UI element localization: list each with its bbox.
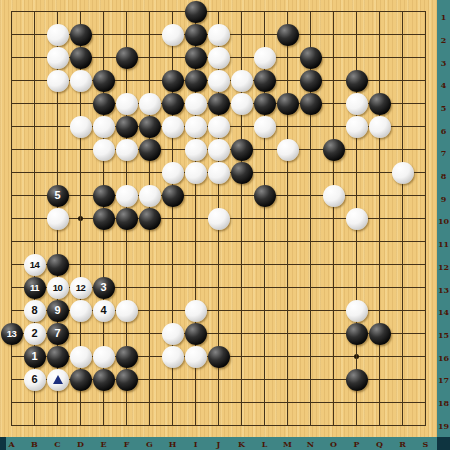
intersection-G3[interactable]: [138, 46, 161, 69]
intersection-D12[interactable]: [69, 253, 92, 276]
intersection-G5[interactable]: [138, 92, 161, 115]
black-stone-E5[interactable]: [93, 93, 115, 115]
intersection-R10[interactable]: [391, 207, 414, 230]
intersection-L6[interactable]: [253, 115, 276, 138]
intersection-R5[interactable]: [391, 92, 414, 115]
go-board[interactable]: 5141110123894132716: [0, 0, 437, 437]
intersection-C14[interactable]: 9: [46, 299, 69, 322]
intersection-S16[interactable]: [414, 345, 437, 368]
intersection-J11[interactable]: [207, 230, 230, 253]
intersection-O7[interactable]: [322, 138, 345, 161]
intersection-C1[interactable]: [46, 0, 69, 23]
intersection-D15[interactable]: [69, 322, 92, 345]
intersection-G2[interactable]: [138, 23, 161, 46]
intersection-J3[interactable]: [207, 46, 230, 69]
intersection-I12[interactable]: [184, 253, 207, 276]
white-stone-H16[interactable]: [162, 346, 184, 368]
intersection-G18[interactable]: [138, 391, 161, 414]
white-stone-E16[interactable]: [93, 346, 115, 368]
intersection-J17[interactable]: [207, 368, 230, 391]
intersection-L11[interactable]: [253, 230, 276, 253]
intersection-K18[interactable]: [230, 391, 253, 414]
intersection-I3[interactable]: [184, 46, 207, 69]
intersection-M2[interactable]: [276, 23, 299, 46]
intersection-G4[interactable]: [138, 69, 161, 92]
intersection-L10[interactable]: [253, 207, 276, 230]
intersection-H2[interactable]: [161, 23, 184, 46]
white-stone-C13[interactable]: 10: [47, 277, 69, 299]
intersection-I2[interactable]: [184, 23, 207, 46]
intersection-O3[interactable]: [322, 46, 345, 69]
white-stone-H8[interactable]: [162, 162, 184, 184]
intersection-C15[interactable]: 7: [46, 322, 69, 345]
intersection-F19[interactable]: [115, 414, 138, 437]
intersection-F18[interactable]: [115, 391, 138, 414]
intersection-G19[interactable]: [138, 414, 161, 437]
intersection-S7[interactable]: [414, 138, 437, 161]
intersection-F11[interactable]: [115, 230, 138, 253]
intersection-Q9[interactable]: [368, 184, 391, 207]
intersection-K4[interactable]: [230, 69, 253, 92]
intersection-K1[interactable]: [230, 0, 253, 23]
intersection-F2[interactable]: [115, 23, 138, 46]
intersection-L7[interactable]: [253, 138, 276, 161]
white-stone-D14[interactable]: [70, 300, 92, 322]
intersection-P7[interactable]: [345, 138, 368, 161]
intersection-O6[interactable]: [322, 115, 345, 138]
intersection-P9[interactable]: [345, 184, 368, 207]
black-stone-H4[interactable]: [162, 70, 184, 92]
intersection-K19[interactable]: [230, 414, 253, 437]
white-stone-J6[interactable]: [208, 116, 230, 138]
intersection-P6[interactable]: [345, 115, 368, 138]
intersection-P16[interactable]: [345, 345, 368, 368]
intersection-D14[interactable]: [69, 299, 92, 322]
black-stone-D17[interactable]: [70, 369, 92, 391]
intersection-A3[interactable]: [0, 46, 23, 69]
intersection-R3[interactable]: [391, 46, 414, 69]
white-stone-C4[interactable]: [47, 70, 69, 92]
intersection-Q6[interactable]: [368, 115, 391, 138]
white-stone-L3[interactable]: [254, 47, 276, 69]
intersection-A14[interactable]: [0, 299, 23, 322]
intersection-J8[interactable]: [207, 161, 230, 184]
black-stone-F3[interactable]: [116, 47, 138, 69]
intersection-G11[interactable]: [138, 230, 161, 253]
intersection-I5[interactable]: [184, 92, 207, 115]
black-stone-L9[interactable]: [254, 185, 276, 207]
white-stone-I7[interactable]: [185, 139, 207, 161]
intersection-K11[interactable]: [230, 230, 253, 253]
intersection-H3[interactable]: [161, 46, 184, 69]
intersection-C19[interactable]: [46, 414, 69, 437]
intersection-E14[interactable]: 4: [92, 299, 115, 322]
intersection-D10[interactable]: [69, 207, 92, 230]
white-stone-D16[interactable]: [70, 346, 92, 368]
intersection-L5[interactable]: [253, 92, 276, 115]
intersection-Q10[interactable]: [368, 207, 391, 230]
intersection-K2[interactable]: [230, 23, 253, 46]
intersection-E5[interactable]: [92, 92, 115, 115]
black-stone-L4[interactable]: [254, 70, 276, 92]
black-stone-G6[interactable]: [139, 116, 161, 138]
black-stone-L5[interactable]: [254, 93, 276, 115]
intersection-N15[interactable]: [299, 322, 322, 345]
black-stone-E10[interactable]: [93, 208, 115, 230]
intersection-Q4[interactable]: [368, 69, 391, 92]
intersection-D7[interactable]: [69, 138, 92, 161]
intersection-F12[interactable]: [115, 253, 138, 276]
intersection-L8[interactable]: [253, 161, 276, 184]
intersection-C11[interactable]: [46, 230, 69, 253]
intersection-S5[interactable]: [414, 92, 437, 115]
intersection-E4[interactable]: [92, 69, 115, 92]
intersection-N10[interactable]: [299, 207, 322, 230]
white-stone-I16[interactable]: [185, 346, 207, 368]
intersection-K3[interactable]: [230, 46, 253, 69]
intersection-B6[interactable]: [23, 115, 46, 138]
white-stone-F14[interactable]: [116, 300, 138, 322]
intersection-O9[interactable]: [322, 184, 345, 207]
intersection-O1[interactable]: [322, 0, 345, 23]
white-stone-P10[interactable]: [346, 208, 368, 230]
intersection-S14[interactable]: [414, 299, 437, 322]
intersection-R14[interactable]: [391, 299, 414, 322]
intersection-A17[interactable]: [0, 368, 23, 391]
black-stone-K8[interactable]: [231, 162, 253, 184]
intersection-B5[interactable]: [23, 92, 46, 115]
intersection-C9[interactable]: 5: [46, 184, 69, 207]
intersection-B11[interactable]: [23, 230, 46, 253]
intersection-D5[interactable]: [69, 92, 92, 115]
white-stone-J2[interactable]: [208, 24, 230, 46]
intersection-D6[interactable]: [69, 115, 92, 138]
intersection-C2[interactable]: [46, 23, 69, 46]
intersection-H5[interactable]: [161, 92, 184, 115]
intersection-M6[interactable]: [276, 115, 299, 138]
intersection-Q11[interactable]: [368, 230, 391, 253]
intersection-H16[interactable]: [161, 345, 184, 368]
black-stone-P17[interactable]: [346, 369, 368, 391]
intersection-K5[interactable]: [230, 92, 253, 115]
intersection-J6[interactable]: [207, 115, 230, 138]
intersection-J5[interactable]: [207, 92, 230, 115]
intersection-H8[interactable]: [161, 161, 184, 184]
black-stone-B13[interactable]: 11: [24, 277, 46, 299]
intersection-R2[interactable]: [391, 23, 414, 46]
intersection-Q16[interactable]: [368, 345, 391, 368]
black-stone-A15[interactable]: 13: [1, 323, 23, 345]
black-stone-M5[interactable]: [277, 93, 299, 115]
intersection-H1[interactable]: [161, 0, 184, 23]
intersection-D8[interactable]: [69, 161, 92, 184]
intersection-J7[interactable]: [207, 138, 230, 161]
white-stone-C17[interactable]: [47, 369, 69, 391]
white-stone-B14[interactable]: 8: [24, 300, 46, 322]
white-stone-G9[interactable]: [139, 185, 161, 207]
intersection-I16[interactable]: [184, 345, 207, 368]
intersection-K13[interactable]: [230, 276, 253, 299]
intersection-A7[interactable]: [0, 138, 23, 161]
white-stone-I5[interactable]: [185, 93, 207, 115]
black-stone-K7[interactable]: [231, 139, 253, 161]
intersection-F5[interactable]: [115, 92, 138, 115]
intersection-D16[interactable]: [69, 345, 92, 368]
intersection-G7[interactable]: [138, 138, 161, 161]
intersection-B4[interactable]: [23, 69, 46, 92]
intersection-G15[interactable]: [138, 322, 161, 345]
black-stone-C12[interactable]: [47, 254, 69, 276]
intersection-M1[interactable]: [276, 0, 299, 23]
intersection-E13[interactable]: 3: [92, 276, 115, 299]
intersection-N19[interactable]: [299, 414, 322, 437]
intersection-A19[interactable]: [0, 414, 23, 437]
intersection-C7[interactable]: [46, 138, 69, 161]
intersection-G14[interactable]: [138, 299, 161, 322]
intersection-J15[interactable]: [207, 322, 230, 345]
intersection-D9[interactable]: [69, 184, 92, 207]
intersection-A11[interactable]: [0, 230, 23, 253]
white-stone-F5[interactable]: [116, 93, 138, 115]
intersection-C10[interactable]: [46, 207, 69, 230]
intersection-O10[interactable]: [322, 207, 345, 230]
intersection-L4[interactable]: [253, 69, 276, 92]
intersection-M9[interactable]: [276, 184, 299, 207]
intersection-Q14[interactable]: [368, 299, 391, 322]
intersection-D18[interactable]: [69, 391, 92, 414]
intersection-S4[interactable]: [414, 69, 437, 92]
white-stone-M7[interactable]: [277, 139, 299, 161]
intersection-E18[interactable]: [92, 391, 115, 414]
intersection-B19[interactable]: [23, 414, 46, 437]
black-stone-N5[interactable]: [300, 93, 322, 115]
intersection-Q3[interactable]: [368, 46, 391, 69]
black-stone-C9[interactable]: 5: [47, 185, 69, 207]
intersection-K12[interactable]: [230, 253, 253, 276]
intersection-B17[interactable]: 6: [23, 368, 46, 391]
intersection-B18[interactable]: [23, 391, 46, 414]
intersection-E15[interactable]: [92, 322, 115, 345]
black-stone-C14[interactable]: 9: [47, 300, 69, 322]
intersection-S2[interactable]: [414, 23, 437, 46]
white-stone-C10[interactable]: [47, 208, 69, 230]
intersection-E16[interactable]: [92, 345, 115, 368]
intersection-M19[interactable]: [276, 414, 299, 437]
intersection-L1[interactable]: [253, 0, 276, 23]
intersection-A12[interactable]: [0, 253, 23, 276]
intersection-P3[interactable]: [345, 46, 368, 69]
intersection-J14[interactable]: [207, 299, 230, 322]
intersection-L13[interactable]: [253, 276, 276, 299]
intersection-A4[interactable]: [0, 69, 23, 92]
intersection-F17[interactable]: [115, 368, 138, 391]
white-stone-F7[interactable]: [116, 139, 138, 161]
white-stone-Q6[interactable]: [369, 116, 391, 138]
intersection-K16[interactable]: [230, 345, 253, 368]
intersection-R18[interactable]: [391, 391, 414, 414]
intersection-M17[interactable]: [276, 368, 299, 391]
intersection-H13[interactable]: [161, 276, 184, 299]
intersection-H19[interactable]: [161, 414, 184, 437]
intersection-S17[interactable]: [414, 368, 437, 391]
intersection-P12[interactable]: [345, 253, 368, 276]
black-stone-F6[interactable]: [116, 116, 138, 138]
intersection-N7[interactable]: [299, 138, 322, 161]
intersection-E9[interactable]: [92, 184, 115, 207]
intersection-A5[interactable]: [0, 92, 23, 115]
intersection-M15[interactable]: [276, 322, 299, 345]
intersection-B7[interactable]: [23, 138, 46, 161]
intersection-K7[interactable]: [230, 138, 253, 161]
intersection-B1[interactable]: [23, 0, 46, 23]
intersection-L12[interactable]: [253, 253, 276, 276]
white-stone-H15[interactable]: [162, 323, 184, 345]
intersection-P11[interactable]: [345, 230, 368, 253]
intersection-I8[interactable]: [184, 161, 207, 184]
intersection-H14[interactable]: [161, 299, 184, 322]
white-stone-E7[interactable]: [93, 139, 115, 161]
intersection-N9[interactable]: [299, 184, 322, 207]
intersection-S6[interactable]: [414, 115, 437, 138]
intersection-S19[interactable]: [414, 414, 437, 437]
white-stone-B17[interactable]: 6: [24, 369, 46, 391]
intersection-J12[interactable]: [207, 253, 230, 276]
black-stone-D2[interactable]: [70, 24, 92, 46]
intersection-E17[interactable]: [92, 368, 115, 391]
black-stone-I3[interactable]: [185, 47, 207, 69]
intersection-H6[interactable]: [161, 115, 184, 138]
intersection-I9[interactable]: [184, 184, 207, 207]
white-stone-J8[interactable]: [208, 162, 230, 184]
intersection-S10[interactable]: [414, 207, 437, 230]
intersection-F10[interactable]: [115, 207, 138, 230]
intersection-O15[interactable]: [322, 322, 345, 345]
intersection-M11[interactable]: [276, 230, 299, 253]
intersection-O13[interactable]: [322, 276, 345, 299]
intersection-O5[interactable]: [322, 92, 345, 115]
intersection-R4[interactable]: [391, 69, 414, 92]
intersection-Q2[interactable]: [368, 23, 391, 46]
intersection-G17[interactable]: [138, 368, 161, 391]
intersection-M8[interactable]: [276, 161, 299, 184]
intersection-P14[interactable]: [345, 299, 368, 322]
intersection-F13[interactable]: [115, 276, 138, 299]
white-stone-G5[interactable]: [139, 93, 161, 115]
white-stone-D13[interactable]: 12: [70, 277, 92, 299]
black-stone-E9[interactable]: [93, 185, 115, 207]
intersection-M3[interactable]: [276, 46, 299, 69]
intersection-O19[interactable]: [322, 414, 345, 437]
intersection-H10[interactable]: [161, 207, 184, 230]
intersection-E2[interactable]: [92, 23, 115, 46]
intersection-D4[interactable]: [69, 69, 92, 92]
intersection-S9[interactable]: [414, 184, 437, 207]
intersection-O12[interactable]: [322, 253, 345, 276]
intersection-N1[interactable]: [299, 0, 322, 23]
intersection-J13[interactable]: [207, 276, 230, 299]
intersection-S8[interactable]: [414, 161, 437, 184]
intersection-F1[interactable]: [115, 0, 138, 23]
intersection-L19[interactable]: [253, 414, 276, 437]
intersection-S15[interactable]: [414, 322, 437, 345]
intersection-A10[interactable]: [0, 207, 23, 230]
black-stone-G10[interactable]: [139, 208, 161, 230]
white-stone-O9[interactable]: [323, 185, 345, 207]
black-stone-P4[interactable]: [346, 70, 368, 92]
intersection-F14[interactable]: [115, 299, 138, 322]
white-stone-I6[interactable]: [185, 116, 207, 138]
intersection-I4[interactable]: [184, 69, 207, 92]
intersection-D11[interactable]: [69, 230, 92, 253]
intersection-F16[interactable]: [115, 345, 138, 368]
intersection-N16[interactable]: [299, 345, 322, 368]
intersection-F15[interactable]: [115, 322, 138, 345]
white-stone-J7[interactable]: [208, 139, 230, 161]
intersection-E11[interactable]: [92, 230, 115, 253]
white-stone-D6[interactable]: [70, 116, 92, 138]
intersection-P2[interactable]: [345, 23, 368, 46]
intersection-C16[interactable]: [46, 345, 69, 368]
intersection-F6[interactable]: [115, 115, 138, 138]
white-stone-H2[interactable]: [162, 24, 184, 46]
intersection-O14[interactable]: [322, 299, 345, 322]
black-stone-C16[interactable]: [47, 346, 69, 368]
intersection-N11[interactable]: [299, 230, 322, 253]
intersection-R17[interactable]: [391, 368, 414, 391]
intersection-N6[interactable]: [299, 115, 322, 138]
intersection-B13[interactable]: 11: [23, 276, 46, 299]
intersection-Q18[interactable]: [368, 391, 391, 414]
intersection-D2[interactable]: [69, 23, 92, 46]
white-stone-P14[interactable]: [346, 300, 368, 322]
white-stone-D4[interactable]: [70, 70, 92, 92]
intersection-A13[interactable]: [0, 276, 23, 299]
intersection-I14[interactable]: [184, 299, 207, 322]
intersection-B12[interactable]: 14: [23, 253, 46, 276]
intersection-H17[interactable]: [161, 368, 184, 391]
black-stone-E17[interactable]: [93, 369, 115, 391]
intersection-G16[interactable]: [138, 345, 161, 368]
black-stone-G7[interactable]: [139, 139, 161, 161]
intersection-J9[interactable]: [207, 184, 230, 207]
intersection-N8[interactable]: [299, 161, 322, 184]
black-stone-I15[interactable]: [185, 323, 207, 345]
intersection-G1[interactable]: [138, 0, 161, 23]
white-stone-F9[interactable]: [116, 185, 138, 207]
intersection-J16[interactable]: [207, 345, 230, 368]
intersection-S11[interactable]: [414, 230, 437, 253]
intersection-S18[interactable]: [414, 391, 437, 414]
intersection-M4[interactable]: [276, 69, 299, 92]
intersection-K6[interactable]: [230, 115, 253, 138]
intersection-O4[interactable]: [322, 69, 345, 92]
board-grid[interactable]: 5141110123894132716: [0, 0, 437, 437]
intersection-B9[interactable]: [23, 184, 46, 207]
intersection-E7[interactable]: [92, 138, 115, 161]
intersection-I19[interactable]: [184, 414, 207, 437]
intersection-F9[interactable]: [115, 184, 138, 207]
black-stone-N3[interactable]: [300, 47, 322, 69]
intersection-N4[interactable]: [299, 69, 322, 92]
black-stone-N4[interactable]: [300, 70, 322, 92]
intersection-L16[interactable]: [253, 345, 276, 368]
intersection-N12[interactable]: [299, 253, 322, 276]
intersection-H12[interactable]: [161, 253, 184, 276]
intersection-D13[interactable]: 12: [69, 276, 92, 299]
intersection-Q19[interactable]: [368, 414, 391, 437]
intersection-D1[interactable]: [69, 0, 92, 23]
intersection-I1[interactable]: [184, 0, 207, 23]
